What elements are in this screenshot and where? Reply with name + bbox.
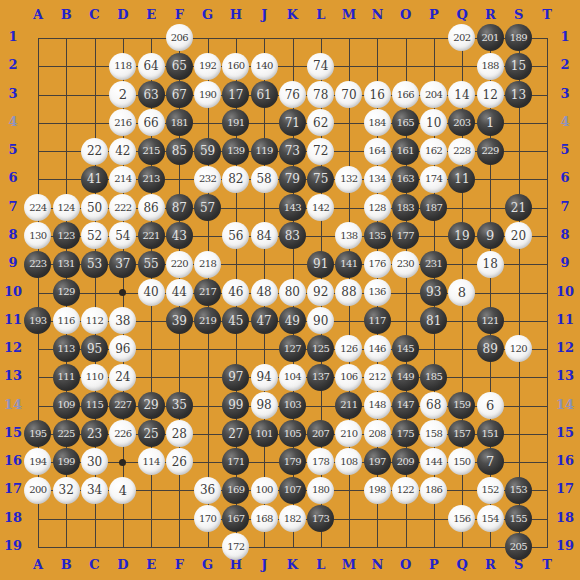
- stone-white[interactable]: 164: [364, 138, 391, 165]
- stone-black[interactable]: 137: [307, 364, 334, 391]
- stone-black[interactable]: 81: [420, 307, 447, 334]
- row-label-left: 12: [0, 340, 26, 355]
- stone-white[interactable]: 84: [251, 222, 278, 249]
- stone-white[interactable]: 190: [194, 81, 221, 108]
- stone-black[interactable]: 177: [392, 222, 419, 249]
- stone-white[interactable]: 186: [420, 477, 447, 504]
- move-number: 201: [482, 33, 499, 43]
- stone-white[interactable]: 130: [24, 222, 51, 249]
- stone-black[interactable]: 117: [364, 307, 391, 334]
- stone-white[interactable]: 202: [448, 24, 475, 51]
- stone-black[interactable]: 79: [279, 166, 306, 193]
- stone-black[interactable]: 225: [53, 420, 80, 447]
- stone-white[interactable]: 86: [138, 194, 165, 221]
- stone-black[interactable]: 35: [166, 392, 193, 419]
- stone-white[interactable]: 38: [109, 307, 136, 334]
- move-number: 200: [29, 485, 46, 495]
- move-number: 113: [58, 344, 75, 354]
- stone-white[interactable]: 182: [279, 505, 306, 532]
- stone-white[interactable]: 66: [138, 109, 165, 136]
- stone-black[interactable]: 65: [166, 53, 193, 80]
- stone-black[interactable]: 13: [505, 81, 532, 108]
- stone-black[interactable]: 129: [53, 279, 80, 306]
- stone-black[interactable]: 39: [166, 307, 193, 334]
- stone-black[interactable]: 199: [53, 448, 80, 475]
- move-number: 145: [397, 344, 414, 354]
- stone-white[interactable]: 54: [109, 222, 136, 249]
- stone-black[interactable]: 97: [222, 364, 249, 391]
- stone-black[interactable]: 45: [222, 307, 249, 334]
- stone-white[interactable]: 42: [109, 138, 136, 165]
- move-number: 119: [255, 146, 272, 156]
- stone-black[interactable]: 193: [24, 307, 51, 334]
- stone-black[interactable]: 159: [448, 392, 475, 419]
- move-number: 120: [510, 344, 527, 354]
- move-number: 218: [199, 259, 216, 269]
- stone-white[interactable]: 146: [364, 335, 391, 362]
- stone-black[interactable]: 179: [279, 448, 306, 475]
- row-label-left: 4: [0, 114, 26, 129]
- stone-black[interactable]: 207: [307, 420, 334, 447]
- move-number: 130: [29, 231, 46, 241]
- stone-black[interactable]: 43: [166, 222, 193, 249]
- stone-white[interactable]: 168: [251, 505, 278, 532]
- stone-white[interactable]: 28: [166, 420, 193, 447]
- stone-black[interactable]: 101: [251, 420, 278, 447]
- stone-black[interactable]: 53: [81, 251, 108, 278]
- stone-white[interactable]: 174: [420, 166, 447, 193]
- stone-white[interactable]: 80: [279, 279, 306, 306]
- stone-white[interactable]: 148: [364, 392, 391, 419]
- stone-white[interactable]: 176: [364, 251, 391, 278]
- stone-white[interactable]: 220: [166, 251, 193, 278]
- stone-black[interactable]: 163: [392, 166, 419, 193]
- row-label-left: 8: [0, 227, 26, 242]
- stone-white[interactable]: 178: [307, 448, 334, 475]
- stone-white[interactable]: 228: [448, 138, 475, 165]
- stone-white[interactable]: 132: [335, 166, 362, 193]
- stone-black[interactable]: 71: [279, 109, 306, 136]
- stone-white[interactable]: 46: [222, 279, 249, 306]
- move-number: 18: [483, 258, 498, 270]
- move-number: 153: [510, 485, 527, 495]
- stone-white[interactable]: 52: [81, 222, 108, 249]
- stone-white[interactable]: 212: [364, 364, 391, 391]
- stone-black[interactable]: 147: [392, 392, 419, 419]
- stone-white[interactable]: 88: [335, 279, 362, 306]
- move-number: 148: [369, 400, 386, 410]
- stone-black[interactable]: 119: [251, 138, 278, 165]
- stone-black[interactable]: 107: [279, 477, 306, 504]
- stone-white[interactable]: 188: [477, 53, 504, 80]
- stone-black[interactable]: 209: [392, 448, 419, 475]
- stone-black[interactable]: 191: [222, 109, 249, 136]
- stone-white[interactable]: 180: [307, 477, 334, 504]
- stone-white[interactable]: 214: [109, 166, 136, 193]
- stone-black[interactable]: 1: [477, 109, 504, 136]
- stone-white[interactable]: 14: [448, 81, 475, 108]
- move-number: 149: [397, 372, 414, 382]
- move-number: 46: [228, 286, 243, 298]
- move-number: 57: [200, 202, 215, 214]
- stone-white[interactable]: 158: [420, 420, 447, 447]
- stone-black[interactable]: 57: [194, 194, 221, 221]
- stone-white[interactable]: 78: [307, 81, 334, 108]
- stone-white[interactable]: 200: [24, 477, 51, 504]
- stone-black[interactable]: 55: [138, 251, 165, 278]
- stone-black[interactable]: 17: [222, 81, 249, 108]
- stone-black[interactable]: 11: [448, 166, 475, 193]
- stone-black[interactable]: 19: [448, 222, 475, 249]
- stone-black[interactable]: 143: [279, 194, 306, 221]
- stone-black[interactable]: 9: [477, 222, 504, 249]
- stone-white[interactable]: 44: [166, 279, 193, 306]
- stone-black[interactable]: 37: [109, 251, 136, 278]
- stone-white[interactable]: 106: [335, 364, 362, 391]
- stone-white[interactable]: 124: [53, 194, 80, 221]
- move-number: 188: [482, 61, 499, 71]
- stone-white[interactable]: 74: [307, 53, 334, 80]
- stone-black[interactable]: 195: [24, 420, 51, 447]
- stone-white[interactable]: 226: [109, 420, 136, 447]
- row-label-left: 7: [0, 199, 26, 214]
- move-number: 78: [313, 89, 328, 101]
- stone-black[interactable]: 189: [505, 24, 532, 51]
- stone-black[interactable]: 49: [279, 307, 306, 334]
- move-number: 74: [313, 60, 328, 72]
- stone-black[interactable]: 21: [505, 194, 532, 221]
- stone-white[interactable]: 48: [251, 279, 278, 306]
- move-number: 179: [284, 457, 301, 467]
- move-number: 92: [313, 286, 328, 298]
- stone-white[interactable]: 50: [81, 194, 108, 221]
- stone-black[interactable]: 181: [166, 109, 193, 136]
- stone-black[interactable]: 221: [138, 222, 165, 249]
- move-number: 80: [285, 286, 300, 298]
- stone-white[interactable]: 208: [364, 420, 391, 447]
- stone-black[interactable]: 161: [392, 138, 419, 165]
- stone-white[interactable]: 184: [364, 109, 391, 136]
- stone-white[interactable]: 144: [420, 448, 447, 475]
- stone-black[interactable]: 153: [505, 477, 532, 504]
- move-number: 210: [340, 429, 357, 439]
- move-number: 152: [482, 485, 499, 495]
- stone-white[interactable]: 230: [392, 251, 419, 278]
- move-number: 42: [115, 145, 130, 157]
- stone-black[interactable]: 171: [222, 448, 249, 475]
- move-number: 101: [255, 429, 272, 439]
- move-number: 134: [369, 174, 386, 184]
- stone-black[interactable]: 105: [279, 420, 306, 447]
- stone-black[interactable]: 187: [420, 194, 447, 221]
- stone-black[interactable]: 229: [477, 138, 504, 165]
- go-board: AABBCCDDEEFFGGHHJJKKLLMMNNOOPPQQRRSSTT11…: [0, 0, 580, 580]
- move-number: 128: [369, 203, 386, 213]
- stone-white[interactable]: 18: [477, 251, 504, 278]
- stone-black[interactable]: 183: [392, 194, 419, 221]
- stone-white[interactable]: 62: [307, 109, 334, 136]
- stone-white[interactable]: 206: [166, 24, 193, 51]
- stone-white[interactable]: 4: [109, 477, 136, 504]
- stone-black[interactable]: 149: [392, 364, 419, 391]
- move-number: 108: [340, 457, 357, 467]
- stone-black[interactable]: 47: [251, 307, 278, 334]
- stone-black[interactable]: 125: [307, 335, 334, 362]
- stone-white[interactable]: 110: [81, 364, 108, 391]
- move-number: 76: [285, 89, 300, 101]
- stone-black[interactable]: 109: [53, 392, 80, 419]
- stone-white[interactable]: 98: [251, 392, 278, 419]
- stone-white[interactable]: 170: [194, 505, 221, 532]
- stone-black[interactable]: 113: [53, 335, 80, 362]
- stone-black[interactable]: 141: [335, 251, 362, 278]
- stone-white[interactable]: 8: [448, 279, 475, 306]
- stone-black[interactable]: 99: [222, 392, 249, 419]
- move-number: 84: [256, 230, 271, 242]
- stone-white[interactable]: 26: [166, 448, 193, 475]
- move-number: 192: [199, 61, 216, 71]
- move-number: 135: [369, 231, 386, 241]
- stone-white[interactable]: 216: [109, 109, 136, 136]
- stone-black[interactable]: 83: [279, 222, 306, 249]
- stone-white[interactable]: 34: [81, 477, 108, 504]
- stone-black[interactable]: 131: [53, 251, 80, 278]
- stone-black[interactable]: 219: [194, 307, 221, 334]
- move-number: 193: [29, 316, 46, 326]
- stone-white[interactable]: 114: [138, 448, 165, 475]
- stone-black[interactable]: 185: [420, 364, 447, 391]
- stone-black[interactable]: 151: [477, 420, 504, 447]
- stone-black[interactable]: 67: [166, 81, 193, 108]
- stone-white[interactable]: 64: [138, 53, 165, 80]
- stone-black[interactable]: 89: [477, 335, 504, 362]
- move-number: 175: [397, 429, 414, 439]
- move-number: 40: [143, 286, 158, 298]
- stone-black[interactable]: 115: [81, 392, 108, 419]
- stone-black[interactable]: 213: [138, 166, 165, 193]
- stone-black[interactable]: 205: [505, 533, 532, 560]
- stone-white[interactable]: 162: [420, 138, 447, 165]
- stone-white[interactable]: 160: [222, 53, 249, 80]
- stone-white[interactable]: 198: [364, 477, 391, 504]
- stone-white[interactable]: 76: [279, 81, 306, 108]
- stone-white[interactable]: 40: [138, 279, 165, 306]
- move-number: 61: [256, 89, 271, 101]
- stone-white[interactable]: 96: [109, 335, 136, 362]
- stone-black[interactable]: 63: [138, 81, 165, 108]
- stone-black[interactable]: 123: [53, 222, 80, 249]
- move-number: 157: [453, 429, 470, 439]
- row-label-left: 11: [0, 312, 26, 327]
- move-number: 79: [285, 173, 300, 185]
- stone-white[interactable]: 6: [477, 392, 504, 419]
- move-number: 224: [29, 203, 46, 213]
- move-number: 209: [397, 457, 414, 467]
- stone-black[interactable]: 95: [81, 335, 108, 362]
- stone-black[interactable]: 121: [477, 307, 504, 334]
- stone-white[interactable]: 142: [307, 194, 334, 221]
- stone-black[interactable]: 165: [392, 109, 419, 136]
- stone-black[interactable]: 59: [194, 138, 221, 165]
- stone-black[interactable]: 87: [166, 194, 193, 221]
- move-number: 35: [172, 399, 187, 411]
- stone-black[interactable]: 61: [251, 81, 278, 108]
- stone-white[interactable]: 136: [364, 279, 391, 306]
- stone-black[interactable]: 227: [109, 392, 136, 419]
- stone-white[interactable]: 218: [194, 251, 221, 278]
- stone-white[interactable]: 194: [24, 448, 51, 475]
- stone-black[interactable]: 175: [392, 420, 419, 447]
- stone-black[interactable]: 27: [222, 420, 249, 447]
- move-number: 190: [199, 90, 216, 100]
- column-label-top: D: [109, 7, 137, 22]
- stone-white[interactable]: 104: [279, 364, 306, 391]
- stone-white[interactable]: 166: [392, 81, 419, 108]
- stone-white[interactable]: 90: [307, 307, 334, 334]
- move-number: 118: [114, 61, 131, 71]
- stone-black[interactable]: 215: [138, 138, 165, 165]
- stone-white[interactable]: 72: [307, 138, 334, 165]
- stone-white[interactable]: 30: [81, 448, 108, 475]
- stone-white[interactable]: 156: [448, 505, 475, 532]
- stone-white[interactable]: 22: [81, 138, 108, 165]
- stone-white[interactable]: 2: [109, 81, 136, 108]
- move-number: 23: [87, 428, 102, 440]
- move-number: 182: [284, 514, 301, 524]
- stone-white[interactable]: 138: [335, 222, 362, 249]
- move-number: 207: [312, 429, 329, 439]
- stone-white[interactable]: 36: [194, 477, 221, 504]
- stone-white[interactable]: 134: [364, 166, 391, 193]
- stone-white[interactable]: 108: [335, 448, 362, 475]
- stone-black[interactable]: 139: [222, 138, 249, 165]
- stone-white[interactable]: 10: [420, 109, 447, 136]
- move-number: 24: [115, 371, 130, 383]
- move-number: 64: [143, 60, 158, 72]
- stone-white[interactable]: 192: [194, 53, 221, 80]
- stone-black[interactable]: 103: [279, 392, 306, 419]
- stone-black[interactable]: 203: [448, 109, 475, 136]
- stone-white[interactable]: 58: [251, 166, 278, 193]
- stone-black[interactable]: 145: [392, 335, 419, 362]
- move-number: 95: [87, 343, 102, 355]
- move-number: 100: [255, 485, 272, 495]
- stone-white[interactable]: 116: [53, 307, 80, 334]
- stone-white[interactable]: 20: [505, 222, 532, 249]
- stone-black[interactable]: 169: [222, 477, 249, 504]
- stone-white[interactable]: 32: [53, 477, 80, 504]
- stone-white[interactable]: 112: [81, 307, 108, 334]
- stone-black[interactable]: 29: [138, 392, 165, 419]
- stone-black[interactable]: 41: [81, 166, 108, 193]
- stone-white[interactable]: 172: [222, 533, 249, 560]
- stone-black[interactable]: 157: [448, 420, 475, 447]
- move-number: 90: [313, 315, 328, 327]
- stone-white[interactable]: 56: [222, 222, 249, 249]
- stone-black[interactable]: 85: [166, 138, 193, 165]
- move-number: 171: [227, 457, 244, 467]
- move-number: 173: [312, 514, 329, 524]
- move-number: 41: [87, 173, 102, 185]
- column-label-top: F: [165, 7, 193, 22]
- stone-black[interactable]: 93: [420, 279, 447, 306]
- stone-white[interactable]: 150: [448, 448, 475, 475]
- move-number: 170: [199, 514, 216, 524]
- stone-white[interactable]: 118: [109, 53, 136, 80]
- move-number: 22: [87, 145, 102, 157]
- move-number: 191: [227, 118, 244, 128]
- stone-black[interactable]: 201: [477, 24, 504, 51]
- stone-white[interactable]: 12: [477, 81, 504, 108]
- row-label-left: 15: [0, 425, 26, 440]
- stone-black[interactable]: 167: [222, 505, 249, 532]
- move-number: 172: [227, 542, 244, 552]
- stone-white[interactable]: 152: [477, 477, 504, 504]
- column-label-top: B: [52, 7, 80, 22]
- stone-white[interactable]: 140: [251, 53, 278, 80]
- stone-black[interactable]: 15: [505, 53, 532, 80]
- move-number: 87: [172, 202, 187, 214]
- stone-white[interactable]: 94: [251, 364, 278, 391]
- stone-white[interactable]: 24: [109, 364, 136, 391]
- move-number: 161: [397, 146, 414, 156]
- move-number: 36: [200, 484, 215, 496]
- stone-black[interactable]: 155: [505, 505, 532, 532]
- stone-black[interactable]: 197: [364, 448, 391, 475]
- stone-black[interactable]: 223: [24, 251, 51, 278]
- stone-white[interactable]: 70: [335, 81, 362, 108]
- stone-white[interactable]: 122: [392, 477, 419, 504]
- stone-white[interactable]: 100: [251, 477, 278, 504]
- move-number: 219: [199, 316, 216, 326]
- stone-black[interactable]: 127: [279, 335, 306, 362]
- stone-white[interactable]: 204: [420, 81, 447, 108]
- stone-white[interactable]: 222: [109, 194, 136, 221]
- move-number: 98: [256, 399, 271, 411]
- stone-white[interactable]: 68: [420, 392, 447, 419]
- move-number: 115: [86, 400, 103, 410]
- stone-black[interactable]: 111: [53, 364, 80, 391]
- stone-black[interactable]: 23: [81, 420, 108, 447]
- stone-black[interactable]: 7: [477, 448, 504, 475]
- stone-white[interactable]: 82: [222, 166, 249, 193]
- stone-white[interactable]: 92: [307, 279, 334, 306]
- stone-black[interactable]: 231: [420, 251, 447, 278]
- stones-layer[interactable]: 2062022011891186465192160140741881526367…: [24, 24, 561, 561]
- stone-white[interactable]: 232: [194, 166, 221, 193]
- move-number: 105: [284, 429, 301, 439]
- stone-white[interactable]: 154: [477, 505, 504, 532]
- stone-black[interactable]: 91: [307, 251, 334, 278]
- stone-white[interactable]: 224: [24, 194, 51, 221]
- move-number: 75: [313, 173, 328, 185]
- stone-black[interactable]: 73: [279, 138, 306, 165]
- stone-black[interactable]: 135: [364, 222, 391, 249]
- move-number: 216: [114, 118, 131, 128]
- stone-white[interactable]: 16: [364, 81, 391, 108]
- move-number: 213: [142, 174, 159, 184]
- stone-black[interactable]: 211: [335, 392, 362, 419]
- stone-white[interactable]: 128: [364, 194, 391, 221]
- stone-white[interactable]: 126: [335, 335, 362, 362]
- stone-black[interactable]: 173: [307, 505, 334, 532]
- stone-white[interactable]: 120: [505, 335, 532, 362]
- stone-black[interactable]: 25: [138, 420, 165, 447]
- stone-black[interactable]: 217: [194, 279, 221, 306]
- move-number: 223: [29, 259, 46, 269]
- stone-black[interactable]: 75: [307, 166, 334, 193]
- stone-white[interactable]: 210: [335, 420, 362, 447]
